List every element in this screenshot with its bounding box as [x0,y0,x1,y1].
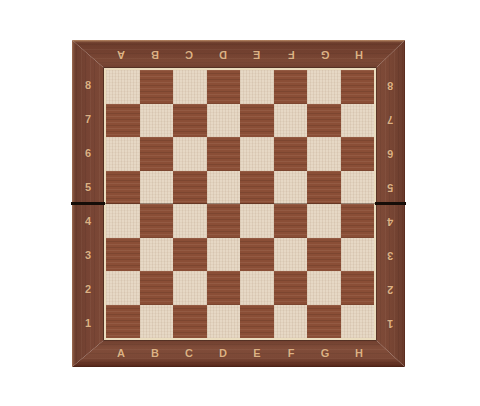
square-e4[interactable] [240,204,274,238]
file-label-top-a: A [117,49,125,60]
square-c2[interactable] [173,271,207,305]
rank-label-left-4: 4 [85,216,91,227]
rank-label-left-7: 7 [85,114,91,125]
board-field [104,68,376,340]
square-f1[interactable] [274,305,308,339]
rank-label-right-2: 2 [387,284,393,295]
square-g4[interactable] [307,204,341,238]
square-c5[interactable] [173,171,207,205]
square-c8[interactable] [173,70,207,104]
rank-labels-right: 87654321 [376,68,405,340]
square-h1[interactable] [341,305,375,339]
square-b5[interactable] [140,171,174,205]
rank-label-right-7: 7 [387,114,393,125]
square-e7[interactable] [240,104,274,138]
square-e5[interactable] [240,171,274,205]
file-label-top-c: C [185,49,193,60]
square-e3[interactable] [240,238,274,272]
square-e2[interactable] [240,271,274,305]
file-label-top-g: G [321,49,330,60]
square-g7[interactable] [307,104,341,138]
square-h2[interactable] [341,271,375,305]
square-e1[interactable] [240,305,274,339]
square-f6[interactable] [274,137,308,171]
file-label-top-d: D [219,49,227,60]
screen-background: ABCDEFGH ABCDEFGH 87654321 87654321 [0,0,480,406]
square-d4[interactable] [207,204,241,238]
square-d8[interactable] [207,70,241,104]
rank-label-left-1: 1 [85,318,91,329]
file-labels-top: ABCDEFGH [104,40,376,68]
square-f8[interactable] [274,70,308,104]
square-h7[interactable] [341,104,375,138]
square-h5[interactable] [341,171,375,205]
square-a4[interactable] [106,204,140,238]
square-b2[interactable] [140,271,174,305]
file-label-bottom-b: B [151,348,159,359]
file-label-top-e: E [253,49,260,60]
file-labels-bottom: ABCDEFGH [104,340,376,367]
square-d1[interactable] [207,305,241,339]
file-label-bottom-h: H [355,348,363,359]
rank-label-right-5: 5 [387,182,393,193]
board-squares [106,70,374,338]
file-label-bottom-g: G [321,348,330,359]
square-g1[interactable] [307,305,341,339]
file-label-top-b: B [151,49,159,60]
rank-labels-left: 87654321 [72,68,104,340]
square-a6[interactable] [106,137,140,171]
square-h3[interactable] [341,238,375,272]
square-e8[interactable] [240,70,274,104]
square-a8[interactable] [106,70,140,104]
file-label-bottom-f: F [288,348,295,359]
square-f7[interactable] [274,104,308,138]
square-b4[interactable] [140,204,174,238]
square-f5[interactable] [274,171,308,205]
square-c4[interactable] [173,204,207,238]
square-g5[interactable] [307,171,341,205]
square-h4[interactable] [341,204,375,238]
rank-label-left-6: 6 [85,148,91,159]
square-d3[interactable] [207,238,241,272]
rank-label-left-2: 2 [85,284,91,295]
rank-label-left-5: 5 [85,182,91,193]
file-label-top-h: H [355,49,363,60]
square-c6[interactable] [173,137,207,171]
rank-label-right-4: 4 [387,216,393,227]
square-c7[interactable] [173,104,207,138]
square-b7[interactable] [140,104,174,138]
rank-label-left-8: 8 [85,80,91,91]
rank-label-right-8: 8 [387,80,393,91]
square-a3[interactable] [106,238,140,272]
square-f2[interactable] [274,271,308,305]
file-label-top-f: F [288,49,295,60]
square-c1[interactable] [173,305,207,339]
square-b1[interactable] [140,305,174,339]
square-b6[interactable] [140,137,174,171]
square-g8[interactable] [307,70,341,104]
square-b8[interactable] [140,70,174,104]
square-c3[interactable] [173,238,207,272]
square-d2[interactable] [207,271,241,305]
square-f3[interactable] [274,238,308,272]
file-label-bottom-a: A [117,348,125,359]
chess-board: ABCDEFGH ABCDEFGH 87654321 87654321 [72,40,405,367]
file-label-bottom-e: E [253,348,260,359]
square-h6[interactable] [341,137,375,171]
square-b3[interactable] [140,238,174,272]
rank-label-left-3: 3 [85,250,91,261]
square-a5[interactable] [106,171,140,205]
square-e6[interactable] [240,137,274,171]
square-h8[interactable] [341,70,375,104]
file-label-bottom-c: C [185,348,193,359]
square-a1[interactable] [106,305,140,339]
square-a7[interactable] [106,104,140,138]
hinge-seam-field [104,203,376,204]
square-g6[interactable] [307,137,341,171]
rank-label-right-1: 1 [387,318,393,329]
rank-label-right-3: 3 [387,250,393,261]
square-d6[interactable] [207,137,241,171]
square-a2[interactable] [106,271,140,305]
square-d7[interactable] [207,104,241,138]
square-g3[interactable] [307,238,341,272]
square-f4[interactable] [274,204,308,238]
square-g2[interactable] [307,271,341,305]
file-label-bottom-d: D [219,348,227,359]
square-d5[interactable] [207,171,241,205]
rank-label-right-6: 6 [387,148,393,159]
